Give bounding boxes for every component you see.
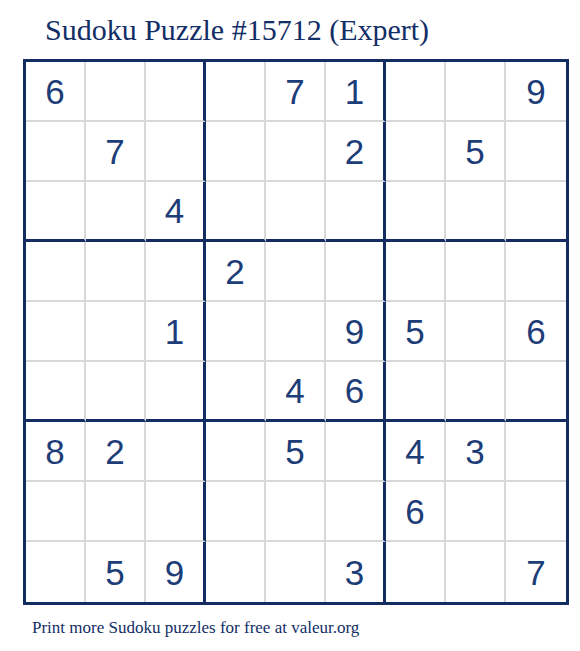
cell-r9c8[interactable] — [446, 542, 506, 602]
cell-r3c4[interactable] — [206, 182, 266, 242]
cell-r9c2[interactable]: 5 — [86, 542, 146, 602]
cell-r2c1[interactable] — [26, 122, 86, 182]
cell-r5c4[interactable] — [206, 302, 266, 362]
sudoku-board: 6719725421956468254365937 — [23, 59, 569, 605]
cell-r8c7[interactable]: 6 — [386, 482, 446, 542]
cell-r3c5[interactable] — [266, 182, 326, 242]
cell-r9c5[interactable] — [266, 542, 326, 602]
cell-r7c2[interactable]: 2 — [86, 422, 146, 482]
cell-r7c1[interactable]: 8 — [26, 422, 86, 482]
cell-r8c1[interactable] — [26, 482, 86, 542]
cell-r6c1[interactable] — [26, 362, 86, 422]
cell-r4c4[interactable]: 2 — [206, 242, 266, 302]
cell-r9c7[interactable] — [386, 542, 446, 602]
cell-r2c3[interactable] — [146, 122, 206, 182]
cell-r8c8[interactable] — [446, 482, 506, 542]
cell-r1c6[interactable]: 1 — [326, 62, 386, 122]
cell-r3c2[interactable] — [86, 182, 146, 242]
cell-r2c9[interactable] — [506, 122, 566, 182]
cell-r9c6[interactable]: 3 — [326, 542, 386, 602]
cell-r7c9[interactable] — [506, 422, 566, 482]
cell-r2c2[interactable]: 7 — [86, 122, 146, 182]
cell-r1c1[interactable]: 6 — [26, 62, 86, 122]
cell-r9c3[interactable]: 9 — [146, 542, 206, 602]
cell-r8c5[interactable] — [266, 482, 326, 542]
cell-r8c3[interactable] — [146, 482, 206, 542]
cell-r3c8[interactable] — [446, 182, 506, 242]
cell-r4c3[interactable] — [146, 242, 206, 302]
page-title: Sudoku Puzzle #15712 (Expert) — [45, 13, 429, 47]
cell-r4c5[interactable] — [266, 242, 326, 302]
cell-r2c6[interactable]: 2 — [326, 122, 386, 182]
cell-r8c6[interactable] — [326, 482, 386, 542]
cell-r7c8[interactable]: 3 — [446, 422, 506, 482]
cell-r3c6[interactable] — [326, 182, 386, 242]
cell-r1c2[interactable] — [86, 62, 146, 122]
cell-r1c5[interactable]: 7 — [266, 62, 326, 122]
cell-r6c9[interactable] — [506, 362, 566, 422]
cell-r8c9[interactable] — [506, 482, 566, 542]
cell-r2c8[interactable]: 5 — [446, 122, 506, 182]
cell-r3c1[interactable] — [26, 182, 86, 242]
cell-r1c3[interactable] — [146, 62, 206, 122]
cell-r5c1[interactable] — [26, 302, 86, 362]
cell-r1c8[interactable] — [446, 62, 506, 122]
cell-r5c9[interactable]: 6 — [506, 302, 566, 362]
cell-r7c4[interactable] — [206, 422, 266, 482]
cell-r5c5[interactable] — [266, 302, 326, 362]
cell-r4c7[interactable] — [386, 242, 446, 302]
cell-r7c6[interactable] — [326, 422, 386, 482]
cell-r2c7[interactable] — [386, 122, 446, 182]
cell-r9c4[interactable] — [206, 542, 266, 602]
cell-r9c1[interactable] — [26, 542, 86, 602]
cell-r5c8[interactable] — [446, 302, 506, 362]
cell-r8c2[interactable] — [86, 482, 146, 542]
footer-text: Print more Sudoku puzzles for free at va… — [32, 618, 359, 638]
cell-r6c5[interactable]: 4 — [266, 362, 326, 422]
cell-r5c7[interactable]: 5 — [386, 302, 446, 362]
cell-r7c7[interactable]: 4 — [386, 422, 446, 482]
cell-r3c7[interactable] — [386, 182, 446, 242]
cell-r5c2[interactable] — [86, 302, 146, 362]
cell-r6c2[interactable] — [86, 362, 146, 422]
cell-r2c5[interactable] — [266, 122, 326, 182]
cell-r4c2[interactable] — [86, 242, 146, 302]
cell-r6c7[interactable] — [386, 362, 446, 422]
cell-r7c3[interactable] — [146, 422, 206, 482]
cell-r4c1[interactable] — [26, 242, 86, 302]
cell-r3c3[interactable]: 4 — [146, 182, 206, 242]
cell-r4c8[interactable] — [446, 242, 506, 302]
cell-r1c4[interactable] — [206, 62, 266, 122]
cell-r5c3[interactable]: 1 — [146, 302, 206, 362]
cell-r6c8[interactable] — [446, 362, 506, 422]
cell-r1c9[interactable]: 9 — [506, 62, 566, 122]
cell-r3c9[interactable] — [506, 182, 566, 242]
cell-r9c9[interactable]: 7 — [506, 542, 566, 602]
cell-r6c3[interactable] — [146, 362, 206, 422]
cell-r4c6[interactable] — [326, 242, 386, 302]
cell-r5c6[interactable]: 9 — [326, 302, 386, 362]
cell-r6c4[interactable] — [206, 362, 266, 422]
cell-r6c6[interactable]: 6 — [326, 362, 386, 422]
cell-r2c4[interactable] — [206, 122, 266, 182]
cell-r8c4[interactable] — [206, 482, 266, 542]
cell-r4c9[interactable] — [506, 242, 566, 302]
cell-r7c5[interactable]: 5 — [266, 422, 326, 482]
cell-r1c7[interactable] — [386, 62, 446, 122]
